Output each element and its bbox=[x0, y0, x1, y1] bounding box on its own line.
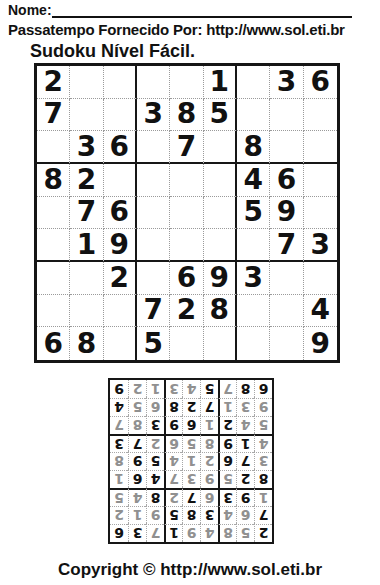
puzzle-cell-r4c3 bbox=[104, 164, 137, 197]
puzzle-cell-r4c5 bbox=[170, 164, 203, 197]
solution-cell-r5c7: 5 bbox=[146, 452, 164, 470]
puzzle-cell-r7c4 bbox=[137, 262, 170, 295]
solution-cell-r8c2: 3 bbox=[236, 398, 254, 416]
solution-cell-r2c1: 7 bbox=[254, 506, 272, 524]
puzzle-cell-r1c3 bbox=[104, 66, 137, 99]
name-label: Nome: bbox=[8, 2, 52, 18]
puzzle-cell-r6c2: 1 bbox=[70, 229, 103, 262]
puzzle-cell-r2c5: 8 bbox=[170, 99, 203, 132]
solution-cell-r1c1: 2 bbox=[254, 524, 272, 542]
puzzle-cell-r1c9: 6 bbox=[304, 66, 337, 99]
puzzle-cell-r8c6: 8 bbox=[204, 295, 237, 328]
solution-cell-r4c7: 4 bbox=[146, 470, 164, 488]
puzzle-cell-r3c6 bbox=[204, 131, 237, 164]
solution-cell-r2c2: 6 bbox=[236, 506, 254, 524]
puzzle-cell-r8c3 bbox=[104, 295, 137, 328]
puzzle-cell-r6c7 bbox=[237, 229, 270, 262]
solution-cell-r2c6: 5 bbox=[164, 506, 182, 524]
puzzle-cell-r4c8: 6 bbox=[270, 164, 303, 197]
puzzle-cell-r8c5: 2 bbox=[170, 295, 203, 328]
solution-cell-r4c9: 1 bbox=[110, 470, 128, 488]
puzzle-cell-r6c8: 7 bbox=[270, 229, 303, 262]
puzzle-cell-r6c3: 9 bbox=[104, 229, 137, 262]
puzzle-cell-r5c8: 9 bbox=[270, 197, 303, 230]
solution-cell-r6c9: 3 bbox=[110, 434, 128, 452]
puzzle-cell-r1c4 bbox=[137, 66, 170, 99]
puzzle-cell-r8c7 bbox=[237, 295, 270, 328]
puzzle-cell-r1c7 bbox=[237, 66, 270, 99]
puzzle-cell-r5c2: 7 bbox=[70, 197, 103, 230]
solution-cell-r6c3: 9 bbox=[218, 434, 236, 452]
puzzle-cell-r2c7 bbox=[237, 99, 270, 132]
puzzle-cell-r9c9: 9 bbox=[304, 327, 337, 360]
solution-cell-r2c5: 8 bbox=[182, 506, 200, 524]
solution-cell-r3c8: 4 bbox=[128, 488, 146, 506]
puzzle-cell-r3c9 bbox=[304, 131, 337, 164]
solution-cell-r6c7: 2 bbox=[146, 434, 164, 452]
puzzle-cell-r3c4 bbox=[137, 131, 170, 164]
solution-cell-r9c2: 8 bbox=[236, 380, 254, 398]
puzzle-cell-r4c2: 2 bbox=[70, 164, 103, 197]
solution-cell-r9c1: 6 bbox=[254, 380, 272, 398]
solution-cell-r7c5: 6 bbox=[182, 416, 200, 434]
solution-cell-r9c9: 9 bbox=[110, 380, 128, 398]
solution-cell-r8c4: 7 bbox=[200, 398, 218, 416]
solution-cell-r9c4: 5 bbox=[200, 380, 218, 398]
puzzle-cell-r9c1: 6 bbox=[37, 327, 70, 360]
puzzle-cell-r9c6 bbox=[204, 327, 237, 360]
solution-cell-r7c4: 1 bbox=[200, 416, 218, 434]
puzzle-cell-r7c2 bbox=[70, 262, 103, 295]
puzzle-cell-r5c1 bbox=[37, 197, 70, 230]
puzzle-cell-r8c2 bbox=[70, 295, 103, 328]
solution-cell-r9c3: 7 bbox=[218, 380, 236, 398]
solution-cell-r1c7: 7 bbox=[146, 524, 164, 542]
solution-cell-r4c4: 9 bbox=[200, 470, 218, 488]
puzzle-cell-r2c4: 3 bbox=[137, 99, 170, 132]
puzzle-cell-r4c4 bbox=[137, 164, 170, 197]
puzzle-cell-r1c2 bbox=[70, 66, 103, 99]
puzzle-cell-r6c9: 3 bbox=[304, 229, 337, 262]
solution-cell-r2c9: 2 bbox=[110, 506, 128, 524]
solution-cell-r6c2: 1 bbox=[236, 434, 254, 452]
solution-cell-r7c7: 3 bbox=[146, 416, 164, 434]
puzzle-cell-r1c6: 1 bbox=[204, 66, 237, 99]
puzzle-cell-r3c8 bbox=[270, 131, 303, 164]
solution-cell-r7c3: 2 bbox=[218, 416, 236, 434]
solution-cell-r8c1: 9 bbox=[254, 398, 272, 416]
puzzle-cell-r1c5 bbox=[170, 66, 203, 99]
solution-cell-r8c8: 5 bbox=[128, 398, 146, 416]
solution-cell-r6c6: 6 bbox=[164, 434, 182, 452]
puzzle-cell-r3c1 bbox=[37, 131, 70, 164]
solution-cell-r1c8: 3 bbox=[128, 524, 146, 542]
solution-cell-r1c2: 5 bbox=[236, 524, 254, 542]
solution-cell-r5c3: 6 bbox=[218, 452, 236, 470]
puzzle-cell-r4c9 bbox=[304, 164, 337, 197]
solution-cell-r3c3: 3 bbox=[218, 488, 236, 506]
puzzle-cell-r6c4 bbox=[137, 229, 170, 262]
solution-cell-r5c6: 4 bbox=[164, 452, 182, 470]
puzzle-cell-r9c7 bbox=[237, 327, 270, 360]
puzzle-cell-r1c8: 3 bbox=[270, 66, 303, 99]
puzzle-cell-r4c6 bbox=[204, 164, 237, 197]
solution-cell-r8c6: 8 bbox=[164, 398, 182, 416]
solution-cell-r8c9: 4 bbox=[110, 398, 128, 416]
solution-cell-r2c4: 3 bbox=[200, 506, 218, 524]
solution-cell-r4c1: 8 bbox=[254, 470, 272, 488]
solution-cell-r9c8: 2 bbox=[128, 380, 146, 398]
solution-cell-r1c6: 1 bbox=[164, 524, 182, 542]
solution-cell-r1c4: 4 bbox=[200, 524, 218, 542]
puzzle-cell-r9c2: 8 bbox=[70, 327, 103, 360]
puzzle-cell-r5c5 bbox=[170, 197, 203, 230]
puzzle-cell-r6c1 bbox=[37, 229, 70, 262]
puzzle-cell-r7c6: 9 bbox=[204, 262, 237, 295]
puzzle-cell-r8c4: 7 bbox=[137, 295, 170, 328]
solution-cell-r7c6: 9 bbox=[164, 416, 182, 434]
solution-cell-r7c1: 5 bbox=[254, 416, 272, 434]
puzzle-cell-r9c3 bbox=[104, 327, 137, 360]
puzzle-cell-r9c5 bbox=[170, 327, 203, 360]
solution-cell-r6c5: 5 bbox=[182, 434, 200, 452]
main-grid: 213673853678824676591973269372846859 bbox=[34, 63, 340, 363]
solution-cell-r7c9: 7 bbox=[110, 416, 128, 434]
puzzle-cell-r7c8 bbox=[270, 262, 303, 295]
puzzle-cell-r3c2: 3 bbox=[70, 131, 103, 164]
puzzle-cell-r7c3: 2 bbox=[104, 262, 137, 295]
solution-cell-r8c5: 2 bbox=[182, 398, 200, 416]
solution-cell-r2c3: 4 bbox=[218, 506, 236, 524]
puzzle-cell-r9c4: 5 bbox=[137, 327, 170, 360]
solution-cell-r9c7: 1 bbox=[146, 380, 164, 398]
puzzle-cell-r5c6 bbox=[204, 197, 237, 230]
solution-cell-r3c6: 2 bbox=[164, 488, 182, 506]
page-title: Sudoku Nível Fácil. bbox=[30, 41, 195, 62]
puzzle-cell-r4c1: 8 bbox=[37, 164, 70, 197]
puzzle-cell-r2c3 bbox=[104, 99, 137, 132]
puzzle-cell-r7c5: 6 bbox=[170, 262, 203, 295]
solution-cell-r2c7: 9 bbox=[146, 506, 164, 524]
puzzle-cell-r4c7: 4 bbox=[237, 164, 270, 197]
solution-cell-r4c2: 2 bbox=[236, 470, 254, 488]
solution-cell-r4c6: 7 bbox=[164, 470, 182, 488]
solution-cell-r8c7: 6 bbox=[146, 398, 164, 416]
solution-cell-r7c8: 8 bbox=[128, 416, 146, 434]
copyright-text: Copyright © http://www.sol.eti.br bbox=[0, 560, 380, 580]
puzzle-cell-r2c2 bbox=[70, 99, 103, 132]
solution-cell-r2c8: 1 bbox=[128, 506, 146, 524]
puzzle-cell-r3c5: 7 bbox=[170, 131, 203, 164]
solution-cell-r5c8: 9 bbox=[128, 452, 146, 470]
solution-cell-r4c5: 3 bbox=[182, 470, 200, 488]
solution-cell-r1c9: 6 bbox=[110, 524, 128, 542]
solution-cell-r5c1: 3 bbox=[254, 452, 272, 470]
puzzle-cell-r9c8 bbox=[270, 327, 303, 360]
puzzle-cell-r3c3: 6 bbox=[104, 131, 137, 164]
puzzle-cell-r8c1 bbox=[37, 295, 70, 328]
solution-cell-r9c5: 4 bbox=[182, 380, 200, 398]
solution-cell-r5c9: 8 bbox=[110, 452, 128, 470]
puzzle-cell-r8c9: 4 bbox=[304, 295, 337, 328]
puzzle-cell-r5c4 bbox=[137, 197, 170, 230]
solution-cell-r7c2: 4 bbox=[236, 416, 254, 434]
solution-cell-r4c3: 5 bbox=[218, 470, 236, 488]
puzzle-cell-r7c9 bbox=[304, 262, 337, 295]
puzzle-cell-r6c5 bbox=[170, 229, 203, 262]
puzzle-cell-r2c9 bbox=[304, 99, 337, 132]
puzzle-cell-r1c1: 2 bbox=[37, 66, 70, 99]
provided-by-text: Passatempo Fornecido Por: http://www.sol… bbox=[8, 21, 345, 38]
puzzle-cell-r7c1 bbox=[37, 262, 70, 295]
name-fill-line bbox=[52, 2, 352, 18]
puzzle-cell-r5c9 bbox=[304, 197, 337, 230]
solution-cell-r1c5: 9 bbox=[182, 524, 200, 542]
name-row: Nome: bbox=[8, 2, 352, 18]
puzzle-cell-r3c7: 8 bbox=[237, 131, 270, 164]
solution-cell-r3c4: 6 bbox=[200, 488, 218, 506]
puzzle-cell-r8c8 bbox=[270, 295, 303, 328]
puzzle-cell-r5c3: 6 bbox=[104, 197, 137, 230]
worksheet-page: Nome: Passatempo Fornecido Por: http://w… bbox=[0, 0, 380, 585]
solution-cell-r4c8: 6 bbox=[128, 470, 146, 488]
puzzle-cell-r2c6: 5 bbox=[204, 99, 237, 132]
solution-cell-r6c4: 8 bbox=[200, 434, 218, 452]
puzzle-cell-r6c6 bbox=[204, 229, 237, 262]
solution-cell-r5c2: 7 bbox=[236, 452, 254, 470]
solution-cell-r5c4: 2 bbox=[200, 452, 218, 470]
solution-cell-r9c6: 3 bbox=[164, 380, 182, 398]
puzzle-cell-r2c8 bbox=[270, 99, 303, 132]
solution-cell-r3c5: 7 bbox=[182, 488, 200, 506]
solution-cell-r3c7: 8 bbox=[146, 488, 164, 506]
solution-cell-r5c5: 1 bbox=[182, 452, 200, 470]
solution-cell-r3c2: 9 bbox=[236, 488, 254, 506]
puzzle-cell-r5c7: 5 bbox=[237, 197, 270, 230]
puzzle-cell-r2c1: 7 bbox=[37, 99, 70, 132]
solution-cell-r1c3: 8 bbox=[218, 524, 236, 542]
puzzle-cell-r7c7: 3 bbox=[237, 262, 270, 295]
solution-cell-r8c3: 1 bbox=[218, 398, 236, 416]
solution-cell-r3c1: 1 bbox=[254, 488, 272, 506]
solution-cell-r6c1: 4 bbox=[254, 434, 272, 452]
solution-cell-r3c9: 5 bbox=[110, 488, 128, 506]
solution-grid: 2584917367643859121936728458259374613762… bbox=[108, 378, 274, 544]
solution-cell-r6c8: 7 bbox=[128, 434, 146, 452]
